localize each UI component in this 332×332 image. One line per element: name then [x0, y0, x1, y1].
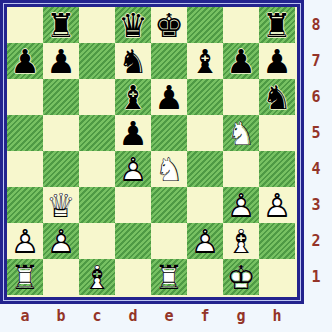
square-b4[interactable]	[43, 151, 79, 187]
piece-white-bishop[interactable]: ♝♗	[223, 223, 259, 259]
piece-white-pawn[interactable]: ♟♙	[187, 223, 223, 259]
file-label-c: c	[79, 303, 115, 329]
black-king-glyph: ♚	[151, 7, 187, 43]
square-d8[interactable]: ♛	[115, 7, 151, 43]
white-queen-outline: ♕	[43, 187, 79, 223]
black-knight-glyph: ♞	[259, 79, 295, 115]
square-g1[interactable]: ♚♔	[223, 259, 259, 295]
square-e2[interactable]	[151, 223, 187, 259]
piece-white-pawn[interactable]: ♟♙	[223, 187, 259, 223]
piece-black-pawn[interactable]: ♟	[43, 43, 79, 79]
square-b7[interactable]: ♟	[43, 43, 79, 79]
piece-black-pawn[interactable]: ♟	[7, 43, 43, 79]
square-b6[interactable]	[43, 79, 79, 115]
square-f4[interactable]	[187, 151, 223, 187]
piece-black-knight[interactable]: ♞	[259, 79, 295, 115]
square-g7[interactable]: ♟	[223, 43, 259, 79]
piece-black-bishop[interactable]: ♝	[187, 43, 223, 79]
piece-black-rook[interactable]: ♜	[259, 7, 295, 43]
piece-white-pawn[interactable]: ♟♙	[115, 151, 151, 187]
square-d4[interactable]: ♟♙	[115, 151, 151, 187]
square-a1[interactable]: ♜♖	[7, 259, 43, 295]
file-label-a: a	[7, 303, 43, 329]
file-label-e: e	[151, 303, 187, 329]
white-knight-outline: ♘	[151, 151, 187, 187]
piece-white-king[interactable]: ♚♔	[223, 259, 259, 295]
square-e6[interactable]: ♟	[151, 79, 187, 115]
square-f7[interactable]: ♝	[187, 43, 223, 79]
white-pawn-outline: ♙	[7, 223, 43, 259]
rank-label-5: 5	[303, 115, 329, 151]
square-g6[interactable]	[223, 79, 259, 115]
square-h3[interactable]: ♟♙	[259, 187, 295, 223]
square-c8[interactable]	[79, 7, 115, 43]
square-h8[interactable]: ♜	[259, 7, 295, 43]
square-b2[interactable]: ♟♙	[43, 223, 79, 259]
file-labels: abcdefgh	[7, 303, 295, 329]
piece-white-rook[interactable]: ♜♖	[7, 259, 43, 295]
square-g5[interactable]: ♞♘	[223, 115, 259, 151]
square-a4[interactable]	[7, 151, 43, 187]
file-label-g: g	[223, 303, 259, 329]
black-queen-glyph: ♛	[115, 7, 151, 43]
white-pawn-outline: ♙	[43, 223, 79, 259]
square-f3[interactable]	[187, 187, 223, 223]
square-f6[interactable]	[187, 79, 223, 115]
square-h5[interactable]	[259, 115, 295, 151]
white-king-outline: ♔	[223, 259, 259, 295]
square-d5[interactable]: ♟	[115, 115, 151, 151]
piece-white-pawn[interactable]: ♟♙	[7, 223, 43, 259]
square-c7[interactable]	[79, 43, 115, 79]
piece-black-queen[interactable]: ♛	[115, 7, 151, 43]
black-pawn-glyph: ♟	[259, 43, 295, 79]
black-bishop-glyph: ♝	[187, 43, 223, 79]
board-frame-inner: ♜♛♚♜♟♟♞♝♟♟♝♟♞♟♞♘♟♙♞♘♛♕♟♙♟♙♟♙♟♙♟♙♝♗♜♖♝♗♜♖…	[4, 4, 300, 300]
square-e3[interactable]	[151, 187, 187, 223]
square-a5[interactable]	[7, 115, 43, 151]
square-b1[interactable]	[43, 259, 79, 295]
square-d2[interactable]	[115, 223, 151, 259]
white-bishop-outline: ♗	[79, 259, 115, 295]
white-pawn-outline: ♙	[187, 223, 223, 259]
square-e8[interactable]: ♚	[151, 7, 187, 43]
board-frame: ♜♛♚♜♟♟♞♝♟♟♝♟♞♟♞♘♟♙♞♘♛♕♟♙♟♙♟♙♟♙♟♙♝♗♜♖♝♗♜♖…	[0, 0, 304, 304]
square-e1[interactable]: ♜♖	[151, 259, 187, 295]
square-h6[interactable]: ♞	[259, 79, 295, 115]
square-g8[interactable]	[223, 7, 259, 43]
piece-black-pawn[interactable]: ♟	[115, 115, 151, 151]
white-pawn-outline: ♙	[115, 151, 151, 187]
square-e7[interactable]	[151, 43, 187, 79]
square-h1[interactable]	[259, 259, 295, 295]
square-c6[interactable]	[79, 79, 115, 115]
rank-label-6: 6	[303, 79, 329, 115]
square-h4[interactable]	[259, 151, 295, 187]
rank-label-4: 4	[303, 151, 329, 187]
square-g3[interactable]: ♟♙	[223, 187, 259, 223]
square-f5[interactable]	[187, 115, 223, 151]
piece-white-pawn[interactable]: ♟♙	[43, 223, 79, 259]
square-a3[interactable]	[7, 187, 43, 223]
piece-white-queen[interactable]: ♛♕	[43, 187, 79, 223]
white-knight-outline: ♘	[223, 115, 259, 151]
piece-black-bishop[interactable]: ♝	[115, 79, 151, 115]
black-bishop-glyph: ♝	[115, 79, 151, 115]
rank-labels: 87654321	[303, 7, 329, 295]
rank-label-3: 3	[303, 187, 329, 223]
file-label-b: b	[43, 303, 79, 329]
square-a6[interactable]	[7, 79, 43, 115]
square-a2[interactable]: ♟♙	[7, 223, 43, 259]
square-d1[interactable]	[115, 259, 151, 295]
black-rook-glyph: ♜	[43, 7, 79, 43]
white-pawn-outline: ♙	[259, 187, 295, 223]
piece-white-knight[interactable]: ♞♘	[223, 115, 259, 151]
square-h7[interactable]: ♟	[259, 43, 295, 79]
rank-label-8: 8	[303, 7, 329, 43]
rank-label-2: 2	[303, 223, 329, 259]
white-rook-outline: ♖	[151, 259, 187, 295]
square-e4[interactable]: ♞♘	[151, 151, 187, 187]
square-b3[interactable]: ♛♕	[43, 187, 79, 223]
square-b8[interactable]: ♜	[43, 7, 79, 43]
piece-black-rook[interactable]: ♜	[43, 7, 79, 43]
square-c2[interactable]	[79, 223, 115, 259]
square-d6[interactable]: ♝	[115, 79, 151, 115]
black-pawn-glyph: ♟	[115, 115, 151, 151]
file-label-h: h	[259, 303, 295, 329]
piece-white-knight[interactable]: ♞♘	[151, 151, 187, 187]
square-h2[interactable]	[259, 223, 295, 259]
square-f8[interactable]	[187, 7, 223, 43]
square-f1[interactable]	[187, 259, 223, 295]
square-c1[interactable]: ♝♗	[79, 259, 115, 295]
square-a7[interactable]: ♟	[7, 43, 43, 79]
piece-black-pawn[interactable]: ♟	[151, 79, 187, 115]
file-label-f: f	[187, 303, 223, 329]
chess-diagram: ♜♛♚♜♟♟♞♝♟♟♝♟♞♟♞♘♟♙♞♘♛♕♟♙♟♙♟♙♟♙♟♙♝♗♜♖♝♗♜♖…	[0, 0, 332, 332]
chess-board: ♜♛♚♜♟♟♞♝♟♟♝♟♞♟♞♘♟♙♞♘♛♕♟♙♟♙♟♙♟♙♟♙♝♗♜♖♝♗♜♖…	[7, 7, 295, 295]
black-pawn-glyph: ♟	[43, 43, 79, 79]
piece-white-rook[interactable]: ♜♖	[151, 259, 187, 295]
black-pawn-glyph: ♟	[223, 43, 259, 79]
square-c5[interactable]	[79, 115, 115, 151]
file-label-d: d	[115, 303, 151, 329]
black-rook-glyph: ♜	[259, 7, 295, 43]
white-rook-outline: ♖	[7, 259, 43, 295]
square-c4[interactable]	[79, 151, 115, 187]
square-e5[interactable]	[151, 115, 187, 151]
rank-label-7: 7	[303, 43, 329, 79]
white-pawn-outline: ♙	[223, 187, 259, 223]
square-a8[interactable]	[7, 7, 43, 43]
square-b5[interactable]	[43, 115, 79, 151]
black-knight-glyph: ♞	[115, 43, 151, 79]
piece-black-pawn[interactable]: ♟	[259, 43, 295, 79]
piece-white-bishop[interactable]: ♝♗	[79, 259, 115, 295]
square-d7[interactable]: ♞	[115, 43, 151, 79]
black-pawn-glyph: ♟	[151, 79, 187, 115]
piece-black-king[interactable]: ♚	[151, 7, 187, 43]
piece-black-pawn[interactable]: ♟	[223, 43, 259, 79]
square-c3[interactable]	[79, 187, 115, 223]
white-bishop-outline: ♗	[223, 223, 259, 259]
square-d3[interactable]	[115, 187, 151, 223]
square-g2[interactable]: ♝♗	[223, 223, 259, 259]
square-g4[interactable]	[223, 151, 259, 187]
piece-black-knight[interactable]: ♞	[115, 43, 151, 79]
square-f2[interactable]: ♟♙	[187, 223, 223, 259]
black-pawn-glyph: ♟	[7, 43, 43, 79]
piece-white-pawn[interactable]: ♟♙	[259, 187, 295, 223]
rank-label-1: 1	[303, 259, 329, 295]
